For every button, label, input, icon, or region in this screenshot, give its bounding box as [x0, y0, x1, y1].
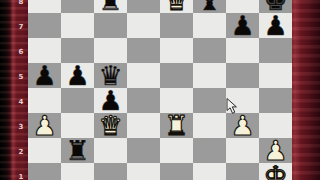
square-f6[interactable] [193, 38, 226, 63]
square-g3[interactable]: ♟ [226, 113, 259, 138]
rank-label-5: 5 [17, 74, 25, 81]
square-d6[interactable] [127, 38, 160, 63]
black-pawn-b5[interactable]: ♟ [65, 63, 89, 88]
white-queen-e8[interactable]: ♛ [164, 0, 188, 13]
rank-label-1: 1 [17, 174, 25, 180]
square-c3[interactable]: ♛ [94, 113, 127, 138]
square-e2[interactable] [160, 138, 193, 163]
rank-label-8: 8 [17, 0, 25, 6]
square-f8[interactable]: ♝ [193, 0, 226, 13]
chess-board[interactable]: ♜♛♝♚♟♟♟♟♛♟♟♛♜♟♜♟♚ [28, 0, 292, 180]
white-king-h1[interactable]: ♚ [263, 163, 287, 180]
square-e3[interactable]: ♜ [160, 113, 193, 138]
square-g7[interactable]: ♟ [226, 13, 259, 38]
square-e5[interactable] [160, 63, 193, 88]
square-b2[interactable]: ♜ [61, 138, 94, 163]
square-d5[interactable] [127, 63, 160, 88]
square-f2[interactable] [193, 138, 226, 163]
chess-app-window: ♜♛♝♚♟♟♟♟♛♟♟♛♜♟♜♟♚ 87654321 [0, 0, 320, 180]
rank-label-4: 4 [17, 99, 25, 106]
white-queen-c3[interactable]: ♛ [98, 113, 122, 138]
square-c2[interactable] [94, 138, 127, 163]
black-pawn-g7[interactable]: ♟ [230, 13, 254, 38]
black-pawn-h7[interactable]: ♟ [263, 13, 287, 38]
square-f1[interactable] [193, 163, 226, 180]
square-h7[interactable]: ♟ [259, 13, 292, 38]
square-f7[interactable] [193, 13, 226, 38]
square-b7[interactable] [61, 13, 94, 38]
rank-label-6: 6 [17, 49, 25, 56]
square-c1[interactable] [94, 163, 127, 180]
square-h1[interactable]: ♚ [259, 163, 292, 180]
board-frame-right [292, 0, 320, 180]
square-g1[interactable] [226, 163, 259, 180]
square-h6[interactable] [259, 38, 292, 63]
square-h4[interactable] [259, 88, 292, 113]
black-pawn-a5[interactable]: ♟ [32, 63, 56, 88]
square-a7[interactable] [28, 13, 61, 38]
square-g2[interactable] [226, 138, 259, 163]
square-b5[interactable]: ♟ [61, 63, 94, 88]
rank-label-3: 3 [17, 124, 25, 131]
square-a5[interactable]: ♟ [28, 63, 61, 88]
square-g5[interactable] [226, 63, 259, 88]
square-d7[interactable] [127, 13, 160, 38]
black-bishop-f8[interactable]: ♝ [197, 0, 221, 13]
mouse-cursor-icon [226, 98, 238, 115]
square-d1[interactable] [127, 163, 160, 180]
square-b8[interactable] [61, 0, 94, 13]
black-rook-b2[interactable]: ♜ [65, 138, 89, 163]
square-g6[interactable] [226, 38, 259, 63]
rank-label-7: 7 [17, 24, 25, 31]
square-a2[interactable] [28, 138, 61, 163]
square-b1[interactable] [61, 163, 94, 180]
square-e6[interactable] [160, 38, 193, 63]
square-d3[interactable] [127, 113, 160, 138]
square-d8[interactable] [127, 0, 160, 13]
square-d2[interactable] [127, 138, 160, 163]
white-pawn-a3[interactable]: ♟ [32, 113, 56, 138]
square-a3[interactable]: ♟ [28, 113, 61, 138]
square-a8[interactable] [28, 0, 61, 13]
square-e7[interactable] [160, 13, 193, 38]
square-f3[interactable] [193, 113, 226, 138]
square-e1[interactable] [160, 163, 193, 180]
white-pawn-g3[interactable]: ♟ [230, 113, 254, 138]
square-f5[interactable] [193, 63, 226, 88]
square-c8[interactable]: ♜ [94, 0, 127, 13]
rank-label-2: 2 [17, 149, 25, 156]
square-h5[interactable] [259, 63, 292, 88]
square-b4[interactable] [61, 88, 94, 113]
square-c7[interactable] [94, 13, 127, 38]
square-d4[interactable] [127, 88, 160, 113]
square-a1[interactable] [28, 163, 61, 180]
white-rook-e3[interactable]: ♜ [164, 113, 188, 138]
square-f4[interactable] [193, 88, 226, 113]
black-rook-c8[interactable]: ♜ [98, 0, 122, 13]
square-e8[interactable]: ♛ [160, 0, 193, 13]
